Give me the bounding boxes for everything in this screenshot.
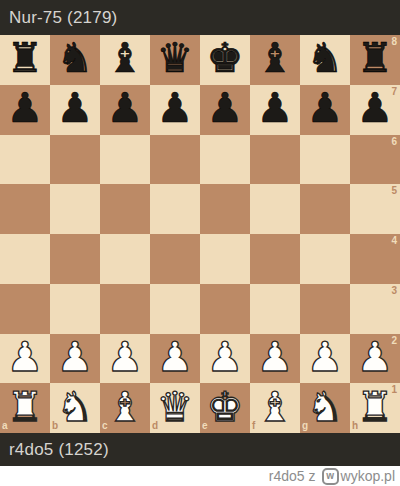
white-king[interactable]: ♚ [207, 387, 244, 428]
black-queen[interactable]: ♛ [157, 38, 194, 79]
square-f5[interactable] [250, 184, 300, 234]
square-a2[interactable]: ♟ [0, 334, 50, 384]
square-e3[interactable] [200, 284, 250, 334]
square-e2[interactable]: ♟ [200, 334, 250, 384]
watermark-footer: r4do5 z w wykop.pl [0, 466, 400, 486]
wykop-logo-icon: w [322, 468, 339, 485]
wykop-logo-letter: w [326, 471, 334, 481]
black-bishop[interactable]: ♝ [257, 38, 294, 79]
black-pawn[interactable]: ♟ [257, 88, 294, 129]
square-d4[interactable] [150, 234, 200, 284]
black-pawn[interactable]: ♟ [207, 88, 244, 129]
square-b5[interactable] [50, 184, 100, 234]
player-name-rating: r4do5 (1252) [9, 440, 109, 460]
square-d5[interactable] [150, 184, 200, 234]
black-king[interactable]: ♚ [207, 38, 244, 79]
white-pawn[interactable]: ♟ [357, 337, 394, 378]
square-f7[interactable]: ♟ [250, 85, 300, 135]
square-a4[interactable] [0, 234, 50, 284]
square-b6[interactable] [50, 135, 100, 185]
rank-label-6: 6 [391, 137, 397, 147]
black-rook[interactable]: ♜ [7, 38, 44, 79]
square-g6[interactable] [300, 135, 350, 185]
watermark-brand: wykop.pl [341, 468, 395, 484]
white-pawn[interactable]: ♟ [257, 337, 294, 378]
white-rook[interactable]: ♜ [7, 387, 44, 428]
square-c7[interactable]: ♟ [100, 85, 150, 135]
square-f1[interactable]: ♝f [250, 383, 300, 433]
square-b7[interactable]: ♟ [50, 85, 100, 135]
square-a3[interactable] [0, 284, 50, 334]
square-a1[interactable]: ♜a [0, 383, 50, 433]
square-d7[interactable]: ♟ [150, 85, 200, 135]
white-knight[interactable]: ♞ [307, 387, 344, 428]
white-pawn[interactable]: ♟ [107, 337, 144, 378]
player-bar: r4do5 (1252) [0, 433, 400, 466]
square-h2[interactable]: ♟2 [350, 334, 400, 384]
black-pawn[interactable]: ♟ [7, 88, 44, 129]
square-g3[interactable] [300, 284, 350, 334]
square-b2[interactable]: ♟ [50, 334, 100, 384]
black-knight[interactable]: ♞ [307, 38, 344, 79]
white-pawn[interactable]: ♟ [207, 337, 244, 378]
white-queen[interactable]: ♛ [157, 387, 194, 428]
square-h4[interactable]: 4 [350, 234, 400, 284]
opponent-name-rating: Nur-75 (2179) [9, 8, 117, 28]
square-g8[interactable]: ♞ [300, 35, 350, 85]
white-pawn[interactable]: ♟ [157, 337, 194, 378]
file-label-f: f [252, 421, 255, 431]
rank-label-3: 3 [391, 286, 397, 296]
black-pawn[interactable]: ♟ [307, 88, 344, 129]
square-e4[interactable] [200, 234, 250, 284]
square-f2[interactable]: ♟ [250, 334, 300, 384]
square-c4[interactable] [100, 234, 150, 284]
square-e1[interactable]: ♚e [200, 383, 250, 433]
square-g7[interactable]: ♟ [300, 85, 350, 135]
square-e7[interactable]: ♟ [200, 85, 250, 135]
square-d2[interactable]: ♟ [150, 334, 200, 384]
square-c8[interactable]: ♝ [100, 35, 150, 85]
white-pawn[interactable]: ♟ [57, 337, 94, 378]
white-pawn[interactable]: ♟ [7, 337, 44, 378]
square-b8[interactable]: ♞ [50, 35, 100, 85]
square-b4[interactable] [50, 234, 100, 284]
square-h3[interactable]: 3 [350, 284, 400, 334]
white-rook[interactable]: ♜ [357, 387, 394, 428]
square-e5[interactable] [200, 184, 250, 234]
chess-board[interactable]: ♜♞♝♛♚♝♞♜8♟♟♟♟♟♟♟♟76543♟♟♟♟♟♟♟♟2♜a♞b♝c♛d♚… [0, 35, 400, 433]
square-g4[interactable] [300, 234, 350, 284]
square-c3[interactable] [100, 284, 150, 334]
square-f4[interactable] [250, 234, 300, 284]
white-knight[interactable]: ♞ [57, 387, 94, 428]
square-c2[interactable]: ♟ [100, 334, 150, 384]
black-pawn[interactable]: ♟ [357, 88, 394, 129]
square-d1[interactable]: ♛d [150, 383, 200, 433]
white-bishop[interactable]: ♝ [107, 387, 144, 428]
black-pawn[interactable]: ♟ [57, 88, 94, 129]
black-pawn[interactable]: ♟ [107, 88, 144, 129]
chess-app: Nur-75 (2179) ♜♞♝♛♚♝♞♜8♟♟♟♟♟♟♟♟76543♟♟♟♟… [0, 0, 400, 486]
square-a5[interactable] [0, 184, 50, 234]
square-d3[interactable] [150, 284, 200, 334]
white-bishop[interactable]: ♝ [257, 387, 294, 428]
square-h8[interactable]: ♜8 [350, 35, 400, 85]
black-pawn[interactable]: ♟ [157, 88, 194, 129]
black-rook[interactable]: ♜ [357, 38, 394, 79]
rank-label-5: 5 [391, 186, 397, 196]
black-knight[interactable]: ♞ [57, 38, 94, 79]
square-d6[interactable] [150, 135, 200, 185]
square-c6[interactable] [100, 135, 150, 185]
square-c5[interactable] [100, 184, 150, 234]
square-f6[interactable] [250, 135, 300, 185]
rank-label-4: 4 [391, 236, 397, 246]
square-f8[interactable]: ♝ [250, 35, 300, 85]
opponent-bar: Nur-75 (2179) [0, 0, 400, 35]
watermark-username: r4do5 z [269, 468, 316, 484]
square-h6[interactable]: 6 [350, 135, 400, 185]
square-a6[interactable] [0, 135, 50, 185]
square-c1[interactable]: ♝c [100, 383, 150, 433]
white-pawn[interactable]: ♟ [307, 337, 344, 378]
square-f3[interactable] [250, 284, 300, 334]
black-bishop[interactable]: ♝ [107, 38, 144, 79]
square-h1[interactable]: ♜h1 [350, 383, 400, 433]
square-d8[interactable]: ♛ [150, 35, 200, 85]
square-g5[interactable] [300, 184, 350, 234]
square-e6[interactable] [200, 135, 250, 185]
square-a7[interactable]: ♟ [0, 85, 50, 135]
square-e8[interactable]: ♚ [200, 35, 250, 85]
square-g1[interactable]: ♞g [300, 383, 350, 433]
square-g2[interactable]: ♟ [300, 334, 350, 384]
square-b1[interactable]: ♞b [50, 383, 100, 433]
square-b3[interactable] [50, 284, 100, 334]
square-h5[interactable]: 5 [350, 184, 400, 234]
square-h7[interactable]: ♟7 [350, 85, 400, 135]
square-a8[interactable]: ♜ [0, 35, 50, 85]
